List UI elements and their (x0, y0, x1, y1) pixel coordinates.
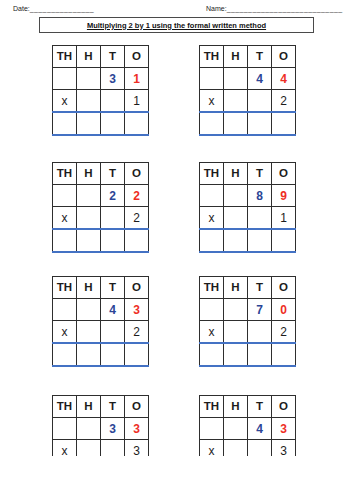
name-field: Name:___________________________ (206, 5, 343, 12)
answer-cell (200, 229, 224, 252)
empty-cell (53, 299, 77, 321)
date-line: _______________ (30, 5, 94, 12)
name-label: Name: (206, 5, 227, 12)
empty-cell (224, 418, 248, 440)
column-header-o: O (272, 277, 296, 299)
multiplier-digit: 2 (125, 321, 149, 344)
times-sign: x (200, 440, 224, 457)
multiplication-grid-4: THHTO89x1 (199, 162, 296, 253)
empty-cell (200, 68, 224, 90)
answer-cell (200, 112, 224, 135)
column-header-th: TH (53, 46, 77, 68)
answer-cell (248, 343, 272, 366)
column-header-h: H (224, 163, 248, 185)
empty-cell (101, 207, 125, 230)
empty-cell (53, 418, 77, 440)
tens-digit: 3 (101, 68, 125, 90)
empty-cell (77, 185, 101, 207)
answer-cell (224, 229, 248, 252)
ones-digit: 4 (272, 68, 296, 90)
tens-digit: 4 (101, 299, 125, 321)
answer-cell (224, 343, 248, 366)
times-sign: x (53, 207, 77, 230)
answer-cell (101, 112, 125, 135)
times-sign: x (200, 321, 224, 344)
column-header-h: H (224, 46, 248, 68)
empty-cell (224, 185, 248, 207)
place-value-table: THHTO33x3 (52, 395, 149, 456)
empty-cell (224, 440, 248, 457)
column-header-t: T (248, 163, 272, 185)
empty-cell (248, 207, 272, 230)
name-line: ___________________________ (227, 5, 343, 12)
multiplication-grid-8: THHTO43x3 (199, 395, 296, 456)
column-header-th: TH (53, 277, 77, 299)
column-header-t: T (248, 277, 272, 299)
multiplication-grid-5: THHTO43x2 (52, 276, 149, 367)
tens-digit: 3 (101, 418, 125, 440)
date-field: Date:_______________ (13, 5, 94, 12)
multiplier-digit: 2 (125, 207, 149, 230)
ones-digit: 0 (272, 299, 296, 321)
empty-cell (101, 90, 125, 113)
answer-cell (101, 343, 125, 366)
answer-cell (248, 229, 272, 252)
empty-cell (224, 321, 248, 344)
answer-cell (53, 112, 77, 135)
place-value-table: THHTO70x2 (199, 276, 296, 367)
column-header-o: O (125, 396, 149, 418)
answer-cell (77, 229, 101, 252)
empty-cell (200, 185, 224, 207)
column-header-t: T (101, 396, 125, 418)
column-header-h: H (77, 163, 101, 185)
empty-cell (224, 207, 248, 230)
multiplier-digit: 1 (125, 90, 149, 113)
empty-cell (224, 299, 248, 321)
empty-cell (248, 90, 272, 113)
multiplier-digit: 1 (272, 207, 296, 230)
column-header-o: O (272, 46, 296, 68)
empty-cell (248, 440, 272, 457)
column-header-t: T (248, 46, 272, 68)
answer-cell (101, 229, 125, 252)
answer-cell (125, 112, 149, 135)
column-header-t: T (101, 163, 125, 185)
column-header-h: H (224, 277, 248, 299)
empty-cell (224, 68, 248, 90)
place-value-table: THHTO43x2 (52, 276, 149, 367)
answer-cell (125, 229, 149, 252)
column-header-th: TH (53, 396, 77, 418)
column-header-o: O (125, 163, 149, 185)
tens-digit: 4 (248, 68, 272, 90)
multiplication-grid-2: THHTO44x2 (199, 45, 296, 136)
column-header-o: O (272, 163, 296, 185)
answer-cell (77, 343, 101, 366)
column-header-h: H (77, 277, 101, 299)
column-header-t: T (101, 277, 125, 299)
column-header-th: TH (200, 396, 224, 418)
column-header-o: O (125, 277, 149, 299)
empty-cell (53, 68, 77, 90)
answer-cell (272, 343, 296, 366)
column-header-o: O (272, 396, 296, 418)
empty-cell (224, 90, 248, 113)
multiplication-grid-3: THHTO22x2 (52, 162, 149, 253)
ones-digit: 1 (125, 68, 149, 90)
multiplier-digit: 2 (272, 321, 296, 344)
place-value-table: THHTO89x1 (199, 162, 296, 253)
tens-digit: 4 (248, 418, 272, 440)
empty-cell (77, 207, 101, 230)
empty-cell (77, 299, 101, 321)
answer-cell (53, 343, 77, 366)
worksheet-page: Date:_______________ Name:______________… (0, 0, 353, 500)
column-header-h: H (77, 396, 101, 418)
place-value-table: THHTO22x2 (52, 162, 149, 253)
column-header-o: O (125, 46, 149, 68)
answer-cell (53, 229, 77, 252)
answer-cell (272, 112, 296, 135)
answer-cell (272, 229, 296, 252)
answer-cell (248, 112, 272, 135)
empty-cell (101, 321, 125, 344)
empty-cell (200, 299, 224, 321)
answer-cell (224, 112, 248, 135)
multiplier-digit: 3 (272, 440, 296, 457)
column-header-th: TH (200, 277, 224, 299)
empty-cell (248, 321, 272, 344)
column-header-th: TH (53, 163, 77, 185)
answer-cell (125, 343, 149, 366)
ones-digit: 2 (125, 185, 149, 207)
column-header-th: TH (200, 46, 224, 68)
times-sign: x (53, 440, 77, 457)
ones-digit: 3 (125, 418, 149, 440)
empty-cell (77, 440, 101, 457)
empty-cell (77, 90, 101, 113)
times-sign: x (53, 90, 77, 113)
ones-digit: 3 (125, 299, 149, 321)
place-value-table: THHTO31x1 (52, 45, 149, 136)
times-sign: x (53, 321, 77, 344)
multiplication-grid-1: THHTO31x1 (52, 45, 149, 136)
empty-cell (77, 418, 101, 440)
tens-digit: 2 (101, 185, 125, 207)
times-sign: x (200, 207, 224, 230)
date-label: Date: (13, 5, 30, 12)
multiplication-grid-6: THHTO70x2 (199, 276, 296, 367)
title-box: Multiplying 2 by 1 using the formal writ… (39, 17, 314, 33)
empty-cell (101, 440, 125, 457)
tens-digit: 8 (248, 185, 272, 207)
tens-digit: 7 (248, 299, 272, 321)
multiplier-digit: 3 (125, 440, 149, 457)
multiplication-grid-7: THHTO33x3 (52, 395, 149, 456)
empty-cell (200, 418, 224, 440)
empty-cell (53, 185, 77, 207)
column-header-h: H (224, 396, 248, 418)
empty-cell (77, 68, 101, 90)
column-header-th: TH (200, 163, 224, 185)
column-header-t: T (248, 396, 272, 418)
answer-cell (77, 112, 101, 135)
column-header-t: T (101, 46, 125, 68)
ones-digit: 3 (272, 418, 296, 440)
column-header-h: H (77, 46, 101, 68)
answer-cell (200, 343, 224, 366)
worksheet-title: Multiplying 2 by 1 using the formal writ… (87, 21, 266, 30)
ones-digit: 9 (272, 185, 296, 207)
place-value-table: THHTO43x3 (199, 395, 296, 456)
multiplier-digit: 2 (272, 90, 296, 113)
place-value-table: THHTO44x2 (199, 45, 296, 136)
empty-cell (77, 321, 101, 344)
times-sign: x (200, 90, 224, 113)
